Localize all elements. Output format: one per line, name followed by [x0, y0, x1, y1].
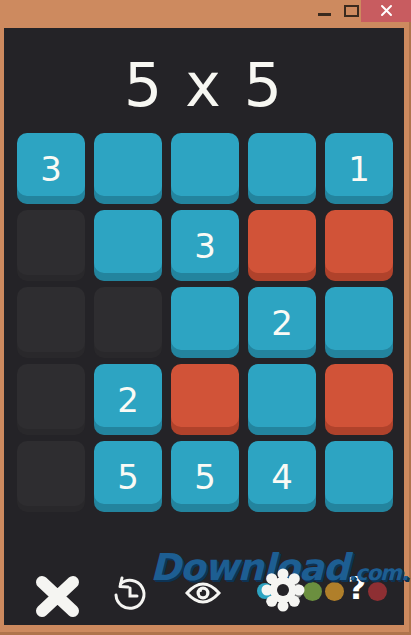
board-cell-r5c3[interactable]: 5: [171, 441, 239, 512]
board-cell-r3c2: [94, 287, 162, 358]
board-cell-r1c3[interactable]: [171, 133, 239, 204]
x-icon: [32, 605, 83, 624]
board-cell-r2c4[interactable]: [248, 210, 316, 281]
board-cell-r5c1: [17, 441, 85, 512]
board-cell-r1c2[interactable]: [94, 133, 162, 204]
board-cell-r5c5[interactable]: [325, 441, 393, 512]
undo-button[interactable]: [110, 576, 148, 618]
board-cell-r4c1: [17, 364, 85, 435]
board-cell-r2c5[interactable]: [325, 210, 393, 281]
settings-button[interactable]: [260, 567, 306, 617]
watermark-main: Download: [150, 546, 348, 589]
board-cell-r3c1: [17, 287, 85, 358]
watermark-suffix: .com.vn: [348, 561, 411, 585]
board-cell-r4c4[interactable]: [248, 364, 316, 435]
board-cell-r4c2[interactable]: 2: [94, 364, 162, 435]
board-cell-r2c2[interactable]: [94, 210, 162, 281]
game-area: 5 x 5 31322554: [4, 28, 404, 625]
board-cell-r4c3[interactable]: [171, 364, 239, 435]
board-cell-r1c4[interactable]: [248, 133, 316, 204]
gear-icon: [260, 598, 306, 617]
close-icon: [380, 2, 393, 21]
quit-button[interactable]: [32, 573, 83, 624]
board-cell-r1c1[interactable]: 3: [17, 133, 85, 204]
maximize-button[interactable]: [344, 5, 359, 17]
board-cell-r4c5[interactable]: [325, 364, 393, 435]
window-titlebar: [0, 0, 411, 22]
undo-history-icon: [110, 599, 148, 618]
minimize-button[interactable]: [318, 13, 331, 16]
board-cell-r3c4[interactable]: 2: [248, 287, 316, 358]
board-cell-r5c4[interactable]: 4: [248, 441, 316, 512]
eye-icon: [184, 592, 222, 611]
puzzle-board: 31322554: [17, 133, 393, 512]
board-cell-r3c3[interactable]: [171, 287, 239, 358]
board-cell-r1c5[interactable]: 1: [325, 133, 393, 204]
page-title: 5 x 5: [4, 50, 404, 120]
board-cell-r5c2[interactable]: 5: [94, 441, 162, 512]
board-cell-r2c3[interactable]: 3: [171, 210, 239, 281]
close-button[interactable]: [361, 0, 411, 22]
board-cell-r2c1: [17, 210, 85, 281]
board-cell-r3c5[interactable]: [325, 287, 393, 358]
